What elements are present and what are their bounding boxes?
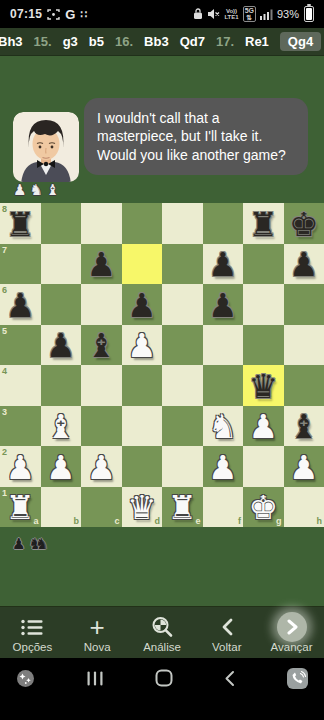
nav-label-back: Voltar bbox=[212, 641, 241, 653]
recents-icon[interactable] bbox=[87, 668, 103, 688]
piece-white-pawn-d5[interactable]: ♟ bbox=[127, 329, 157, 362]
piece-white-pawn-a2[interactable]: ♟ bbox=[5, 451, 35, 484]
square-c2[interactable]: ♟ bbox=[81, 446, 122, 487]
chat-area: I wouldn't call that a masterpiece, but … bbox=[0, 56, 324, 203]
piece-white-pawn-g3[interactable]: ♟ bbox=[248, 410, 278, 443]
square-e2[interactable] bbox=[162, 446, 203, 487]
square-b6[interactable] bbox=[41, 284, 82, 325]
piece-black-king-h8[interactable]: ♚ bbox=[289, 208, 319, 241]
square-h1[interactable]: h bbox=[284, 487, 324, 528]
square-e1[interactable]: e♜ bbox=[162, 487, 203, 528]
square-h4[interactable] bbox=[284, 365, 324, 406]
mute-icon bbox=[207, 8, 220, 20]
square-a3[interactable]: 3 bbox=[0, 406, 41, 447]
back-chevron-icon bbox=[220, 614, 234, 640]
captured-pawn-icon: ♟ bbox=[12, 536, 25, 552]
square-c7[interactable]: ♟ bbox=[81, 244, 122, 285]
screenshot-icon bbox=[47, 9, 60, 20]
square-d8[interactable] bbox=[122, 203, 163, 244]
piece-white-queen-d1[interactable]: ♛ bbox=[127, 491, 157, 524]
square-g5[interactable] bbox=[243, 325, 284, 366]
square-c5[interactable]: ♝ bbox=[81, 325, 122, 366]
piece-white-pawn-c2[interactable]: ♟ bbox=[86, 451, 116, 484]
nav-item-forward[interactable]: Avançar bbox=[259, 607, 324, 659]
square-f7[interactable]: ♟ bbox=[203, 244, 244, 285]
options-list-icon bbox=[21, 614, 43, 640]
chat-bubble: I wouldn't call that a masterpiece, but … bbox=[84, 98, 308, 175]
square-c4[interactable] bbox=[81, 365, 122, 406]
nav-label-options: Opções bbox=[13, 641, 53, 653]
forward-chevron-icon bbox=[277, 614, 307, 640]
square-e3[interactable] bbox=[162, 406, 203, 447]
square-f3[interactable]: ♞ bbox=[203, 406, 244, 447]
battery-icon bbox=[304, 6, 314, 22]
move-item: 16. bbox=[115, 34, 133, 49]
google-icon: G bbox=[65, 7, 75, 22]
square-f4[interactable] bbox=[203, 365, 244, 406]
square-b1[interactable]: b bbox=[41, 487, 82, 528]
file-label-b: b bbox=[74, 516, 80, 526]
footer-area: ♟♞♞ Opções + Nova Análise Voltar bbox=[0, 527, 324, 720]
back-icon[interactable] bbox=[224, 668, 235, 688]
piece-white-rook-e1[interactable]: ♜ bbox=[167, 491, 197, 524]
home-icon[interactable] bbox=[155, 668, 173, 688]
square-a4[interactable]: 4 bbox=[0, 365, 41, 406]
clock-text: 07:15 bbox=[10, 7, 42, 21]
square-a8[interactable]: 8♜ bbox=[0, 203, 41, 244]
square-g7[interactable] bbox=[243, 244, 284, 285]
piece-black-pawn-b5[interactable]: ♟ bbox=[46, 329, 76, 362]
move-list-bar: Bh315.g3b516.Bb3Qd717.Re1Qg418 bbox=[0, 28, 324, 56]
square-a5[interactable]: 5 bbox=[0, 325, 41, 366]
move-item[interactable]: Bh3 bbox=[0, 34, 23, 49]
square-e5[interactable] bbox=[162, 325, 203, 366]
square-h7[interactable]: ♟ bbox=[284, 244, 324, 285]
status-bar: 07:15 G ∷ Vo)) LTE1 5G ⇅ 93% bbox=[0, 0, 324, 28]
piece-black-pawn-f6[interactable]: ♟ bbox=[208, 289, 238, 322]
square-g6[interactable] bbox=[243, 284, 284, 325]
square-c8[interactable] bbox=[81, 203, 122, 244]
square-f8[interactable] bbox=[203, 203, 244, 244]
piece-black-pawn-c7[interactable]: ♟ bbox=[86, 248, 116, 281]
piece-white-knight-f3[interactable]: ♞ bbox=[208, 410, 238, 443]
square-b2[interactable]: ♟ bbox=[41, 446, 82, 487]
square-d2[interactable] bbox=[122, 446, 163, 487]
battery-percent-text: 93% bbox=[277, 8, 299, 20]
rank-label-4: 4 bbox=[2, 366, 7, 376]
piece-black-bishop-c5[interactable]: ♝ bbox=[86, 329, 116, 362]
square-g4[interactable]: ♛ bbox=[243, 365, 284, 406]
chess-board: 8♜♜♚7♟♟♟6♟♟♟5♟♝♟4♛3♝♞♟♝2♟♟♟♟♟1a♜bcd♛e♜fg… bbox=[0, 203, 324, 527]
square-g2[interactable] bbox=[243, 446, 284, 487]
square-c3[interactable] bbox=[81, 406, 122, 447]
square-h5[interactable] bbox=[284, 325, 324, 366]
move-item[interactable]: Re1 bbox=[245, 34, 269, 49]
square-h6[interactable] bbox=[284, 284, 324, 325]
nav-item-back[interactable]: Voltar bbox=[194, 607, 259, 659]
square-a1[interactable]: 1a♜ bbox=[0, 487, 41, 528]
move-item-current[interactable]: Qg4 bbox=[280, 32, 321, 51]
piece-white-pawn-b2[interactable]: ♟ bbox=[46, 451, 76, 484]
square-h2[interactable]: ♟ bbox=[284, 446, 324, 487]
captured-knight-icon: ♞ bbox=[29, 182, 42, 198]
move-item[interactable]: Bb3 bbox=[144, 34, 169, 49]
square-a2[interactable]: 2♟ bbox=[0, 446, 41, 487]
square-a7[interactable]: 7 bbox=[0, 244, 41, 285]
app-pair-icon[interactable] bbox=[16, 668, 35, 688]
square-e4[interactable] bbox=[162, 365, 203, 406]
piece-white-king-g1[interactable]: ♚ bbox=[248, 491, 278, 524]
phone-icon[interactable] bbox=[287, 668, 308, 688]
nav-item-options[interactable]: Opções bbox=[0, 607, 65, 659]
square-d3[interactable] bbox=[122, 406, 163, 447]
piece-black-queen-g4[interactable]: ♛ bbox=[248, 370, 278, 403]
move-item: 17. bbox=[216, 34, 234, 49]
square-d4[interactable] bbox=[122, 365, 163, 406]
captured-pawn-icon: ♟ bbox=[13, 182, 26, 198]
square-d1[interactable]: d♛ bbox=[122, 487, 163, 528]
square-d6[interactable]: ♟ bbox=[122, 284, 163, 325]
volte-icon: Vo)) LTE1 bbox=[224, 8, 238, 20]
network-5g-icon: 5G ⇅ bbox=[243, 6, 256, 22]
nav-label-forward: Avançar bbox=[271, 641, 313, 653]
move-item[interactable]: Qd7 bbox=[180, 34, 205, 49]
square-g3[interactable]: ♟ bbox=[243, 406, 284, 447]
piece-black-pawn-d6[interactable]: ♟ bbox=[127, 289, 157, 322]
piece-white-pawn-h2[interactable]: ♟ bbox=[289, 451, 319, 484]
square-b5[interactable]: ♟ bbox=[41, 325, 82, 366]
nav-item-analysis[interactable]: Análise bbox=[130, 607, 195, 659]
signal-icon bbox=[260, 9, 273, 20]
move-item: 15. bbox=[34, 34, 52, 49]
file-label-f: f bbox=[238, 516, 241, 526]
bot-avatar-image bbox=[13, 112, 79, 182]
move-item[interactable]: g3 bbox=[63, 34, 78, 49]
piece-black-pawn-h7[interactable]: ♟ bbox=[289, 248, 319, 281]
file-label-c: c bbox=[114, 516, 119, 526]
captured-pieces-bottom-tray: ♟♞♞ bbox=[12, 536, 51, 552]
rank-label-7: 7 bbox=[2, 245, 7, 255]
square-d5[interactable]: ♟ bbox=[122, 325, 163, 366]
captured-pieces-top-tray: ♟♞♝ bbox=[13, 182, 62, 198]
square-e7[interactable] bbox=[162, 244, 203, 285]
piece-white-bishop-b3[interactable]: ♝ bbox=[46, 410, 76, 443]
file-label-h: h bbox=[317, 516, 323, 526]
rank-label-3: 3 bbox=[2, 407, 7, 417]
square-a6[interactable]: 6♟ bbox=[0, 284, 41, 325]
secure-lock-icon bbox=[193, 8, 203, 20]
square-e6[interactable] bbox=[162, 284, 203, 325]
square-g8[interactable]: ♜ bbox=[243, 203, 284, 244]
plus-icon: + bbox=[90, 614, 105, 640]
square-f6[interactable]: ♟ bbox=[203, 284, 244, 325]
bottom-nav-bar: Opções + Nova Análise Voltar Avançar bbox=[0, 606, 324, 659]
chat-message-text: I wouldn't call that a masterpiece, but … bbox=[97, 110, 286, 163]
system-nav-bar bbox=[0, 658, 324, 720]
piece-black-rook-a8[interactable]: ♜ bbox=[5, 208, 35, 241]
piece-black-rook-g8[interactable]: ♜ bbox=[248, 208, 278, 241]
piece-black-pawn-a6[interactable]: ♟ bbox=[5, 289, 35, 322]
square-c1[interactable]: c bbox=[81, 487, 122, 528]
piece-white-rook-a1[interactable]: ♜ bbox=[5, 491, 35, 524]
square-b7[interactable] bbox=[41, 244, 82, 285]
square-h8[interactable]: ♚ bbox=[284, 203, 324, 244]
dual-app-icon: ∷ bbox=[80, 8, 88, 21]
nav-label-new-game: Nova bbox=[84, 641, 111, 653]
analysis-magnifier-icon bbox=[151, 614, 173, 640]
piece-black-bishop-h3[interactable]: ♝ bbox=[289, 410, 319, 443]
square-b4[interactable] bbox=[41, 365, 82, 406]
piece-white-pawn-f2[interactable]: ♟ bbox=[208, 451, 238, 484]
square-b8[interactable] bbox=[41, 203, 82, 244]
move-item[interactable]: b5 bbox=[89, 34, 104, 49]
square-e8[interactable] bbox=[162, 203, 203, 244]
square-d7[interactable] bbox=[122, 244, 163, 285]
captured-bishop-icon: ♝ bbox=[46, 182, 59, 198]
square-c6[interactable] bbox=[81, 284, 122, 325]
square-f1[interactable]: f bbox=[203, 487, 244, 528]
square-f2[interactable]: ♟ bbox=[203, 446, 244, 487]
captured-knight-icon: ♞ bbox=[35, 536, 48, 552]
square-g1[interactable]: g♚ bbox=[243, 487, 284, 528]
nav-label-analysis: Análise bbox=[143, 641, 181, 653]
square-f5[interactable] bbox=[203, 325, 244, 366]
piece-black-pawn-f7[interactable]: ♟ bbox=[208, 248, 238, 281]
bot-avatar[interactable] bbox=[13, 112, 79, 182]
square-b3[interactable]: ♝ bbox=[41, 406, 82, 447]
nav-item-new-game[interactable]: + Nova bbox=[65, 607, 130, 659]
square-h3[interactable]: ♝ bbox=[284, 406, 324, 447]
rank-label-5: 5 bbox=[2, 326, 7, 336]
